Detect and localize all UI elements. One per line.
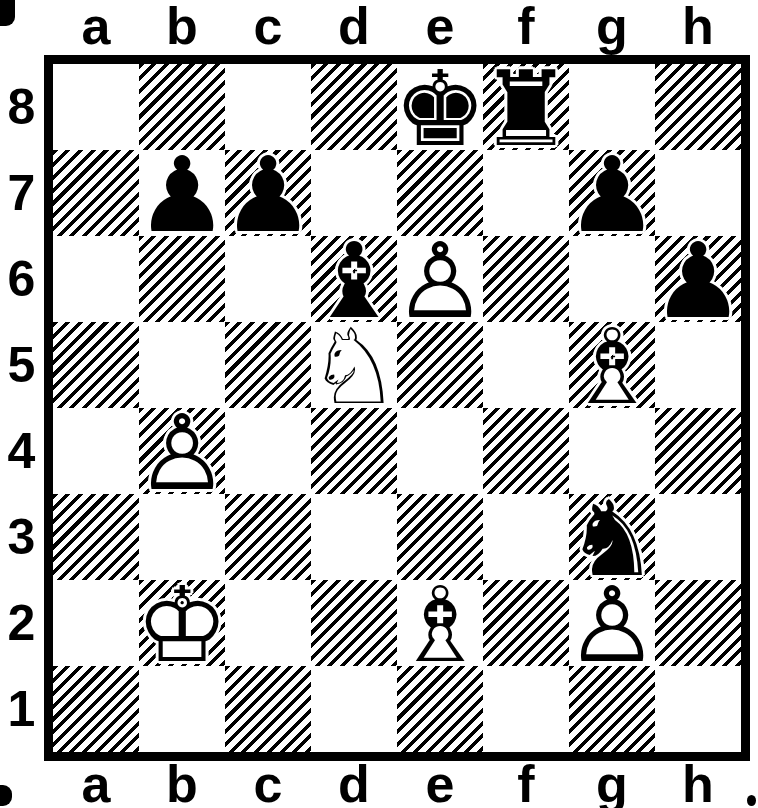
file-labels-bottom: abcdefgh bbox=[53, 760, 741, 808]
white-pawn-halo: ♟ bbox=[139, 410, 225, 496]
square-f5 bbox=[483, 322, 569, 408]
white-pawn-b4-icon: ♙ bbox=[139, 410, 225, 496]
square-c7: ♟♟ bbox=[225, 150, 311, 236]
white-king-b2-icon: ♔ bbox=[139, 582, 225, 668]
rank-label-5: 5 bbox=[0, 322, 43, 408]
square-f3 bbox=[483, 494, 569, 580]
square-c2 bbox=[225, 580, 311, 666]
square-d2 bbox=[311, 580, 397, 666]
square-g6 bbox=[569, 236, 655, 322]
file-label-bottom-g: g bbox=[569, 760, 655, 808]
square-e4 bbox=[397, 408, 483, 494]
square-b6 bbox=[139, 236, 225, 322]
square-b4: ♟♙ bbox=[139, 408, 225, 494]
square-a8 bbox=[53, 64, 139, 150]
square-h4 bbox=[655, 408, 741, 494]
square-h2 bbox=[655, 580, 741, 666]
file-label-top-f: f bbox=[483, 0, 569, 52]
file-label-top-a: a bbox=[53, 0, 139, 52]
rank-label-4: 4 bbox=[0, 408, 43, 494]
black-pawn-halo: ♟ bbox=[569, 152, 655, 238]
black-pawn-h6-icon: ♟ bbox=[655, 238, 741, 324]
rank-labels-left: 87654321 bbox=[0, 64, 43, 752]
rank-label-8: 8 bbox=[0, 64, 43, 150]
white-pawn-halo: ♟ bbox=[569, 582, 655, 668]
chess-diagram: abcdefgh 87654321 ♚♚♜♜♟♟♟♟♟♟♝♝♟♙♟♟♞♘♝♗♟♙… bbox=[0, 0, 758, 808]
square-e5 bbox=[397, 322, 483, 408]
square-a4 bbox=[53, 408, 139, 494]
file-label-bottom-h: h bbox=[655, 760, 741, 808]
square-d7 bbox=[311, 150, 397, 236]
rank-label-7: 7 bbox=[0, 150, 43, 236]
rank-label-1: 1 bbox=[0, 666, 43, 752]
square-f2 bbox=[483, 580, 569, 666]
square-a6 bbox=[53, 236, 139, 322]
black-bishop-halo: ♝ bbox=[311, 238, 397, 324]
square-d1 bbox=[311, 666, 397, 752]
white-pawn-e6-icon: ♙ bbox=[397, 238, 483, 324]
file-label-bottom-e: e bbox=[397, 760, 483, 808]
square-b7: ♟♟ bbox=[139, 150, 225, 236]
square-c6 bbox=[225, 236, 311, 322]
scan-artifact-top-left bbox=[0, 0, 15, 26]
file-label-bottom-b: b bbox=[139, 760, 225, 808]
black-knight-g3-icon: ♞ bbox=[569, 496, 655, 582]
white-pawn-halo: ♟ bbox=[397, 238, 483, 324]
black-pawn-halo: ♟ bbox=[655, 238, 741, 324]
scan-artifact-bottom-right bbox=[747, 795, 756, 806]
square-e7 bbox=[397, 150, 483, 236]
square-g7: ♟♟ bbox=[569, 150, 655, 236]
square-c3 bbox=[225, 494, 311, 580]
square-a3 bbox=[53, 494, 139, 580]
file-label-top-d: d bbox=[311, 0, 397, 52]
black-pawn-halo: ♟ bbox=[225, 152, 311, 238]
rank-label-3: 3 bbox=[0, 494, 43, 580]
square-f6 bbox=[483, 236, 569, 322]
black-king-halo: ♚ bbox=[397, 66, 483, 152]
black-pawn-c7-icon: ♟ bbox=[225, 152, 311, 238]
square-a1 bbox=[53, 666, 139, 752]
square-e3 bbox=[397, 494, 483, 580]
square-h5 bbox=[655, 322, 741, 408]
square-c1 bbox=[225, 666, 311, 752]
square-e1 bbox=[397, 666, 483, 752]
white-knight-halo: ♞ bbox=[311, 324, 397, 410]
white-bishop-halo: ♝ bbox=[397, 582, 483, 668]
square-d5: ♞♘ bbox=[311, 322, 397, 408]
white-king-halo: ♚ bbox=[139, 582, 225, 668]
square-h8 bbox=[655, 64, 741, 150]
square-e6: ♟♙ bbox=[397, 236, 483, 322]
file-label-top-g: g bbox=[569, 0, 655, 52]
square-b5 bbox=[139, 322, 225, 408]
white-pawn-g2-icon: ♙ bbox=[569, 582, 655, 668]
black-bishop-d6-icon: ♝ bbox=[311, 238, 397, 324]
square-b1 bbox=[139, 666, 225, 752]
black-pawn-b7-icon: ♟ bbox=[139, 152, 225, 238]
black-rook-halo: ♜ bbox=[483, 66, 569, 152]
square-h7 bbox=[655, 150, 741, 236]
black-pawn-halo: ♟ bbox=[139, 152, 225, 238]
square-g2: ♟♙ bbox=[569, 580, 655, 666]
black-pawn-g7-icon: ♟ bbox=[569, 152, 655, 238]
file-label-bottom-a: a bbox=[53, 760, 139, 808]
black-king-e8-icon: ♚ bbox=[397, 66, 483, 152]
white-knight-d5-icon: ♘ bbox=[311, 324, 397, 410]
file-label-top-e: e bbox=[397, 0, 483, 52]
square-c5 bbox=[225, 322, 311, 408]
white-bishop-e2-icon: ♗ bbox=[397, 582, 483, 668]
square-b2: ♚♔ bbox=[139, 580, 225, 666]
square-h1 bbox=[655, 666, 741, 752]
white-bishop-halo: ♝ bbox=[569, 324, 655, 410]
square-d8 bbox=[311, 64, 397, 150]
file-label-top-c: c bbox=[225, 0, 311, 52]
rank-label-2: 2 bbox=[0, 580, 43, 666]
file-label-bottom-c: c bbox=[225, 760, 311, 808]
square-g8 bbox=[569, 64, 655, 150]
square-h3 bbox=[655, 494, 741, 580]
square-b8 bbox=[139, 64, 225, 150]
square-g5: ♝♗ bbox=[569, 322, 655, 408]
square-e2: ♝♗ bbox=[397, 580, 483, 666]
square-f7 bbox=[483, 150, 569, 236]
square-g1 bbox=[569, 666, 655, 752]
file-labels-top: abcdefgh bbox=[53, 0, 741, 52]
square-d3 bbox=[311, 494, 397, 580]
square-a7 bbox=[53, 150, 139, 236]
rank-label-6: 6 bbox=[0, 236, 43, 322]
white-bishop-g5-icon: ♗ bbox=[569, 324, 655, 410]
square-b3 bbox=[139, 494, 225, 580]
square-d6: ♝♝ bbox=[311, 236, 397, 322]
square-g3: ♞♞ bbox=[569, 494, 655, 580]
square-h6: ♟♟ bbox=[655, 236, 741, 322]
square-a2 bbox=[53, 580, 139, 666]
square-e8: ♚♚ bbox=[397, 64, 483, 150]
square-c8 bbox=[225, 64, 311, 150]
square-a5 bbox=[53, 322, 139, 408]
file-label-top-h: h bbox=[655, 0, 741, 52]
square-f8: ♜♜ bbox=[483, 64, 569, 150]
scan-artifact-bottom-left bbox=[0, 785, 12, 806]
square-g4 bbox=[569, 408, 655, 494]
square-f4 bbox=[483, 408, 569, 494]
black-knight-halo: ♞ bbox=[569, 496, 655, 582]
square-f1 bbox=[483, 666, 569, 752]
board: ♚♚♜♜♟♟♟♟♟♟♝♝♟♙♟♟♞♘♝♗♟♙♞♞♚♔♝♗♟♙ bbox=[44, 55, 750, 761]
file-label-top-b: b bbox=[139, 0, 225, 52]
square-d4 bbox=[311, 408, 397, 494]
file-label-bottom-f: f bbox=[483, 760, 569, 808]
file-label-bottom-d: d bbox=[311, 760, 397, 808]
black-rook-f8-icon: ♜ bbox=[483, 66, 569, 152]
square-c4 bbox=[225, 408, 311, 494]
